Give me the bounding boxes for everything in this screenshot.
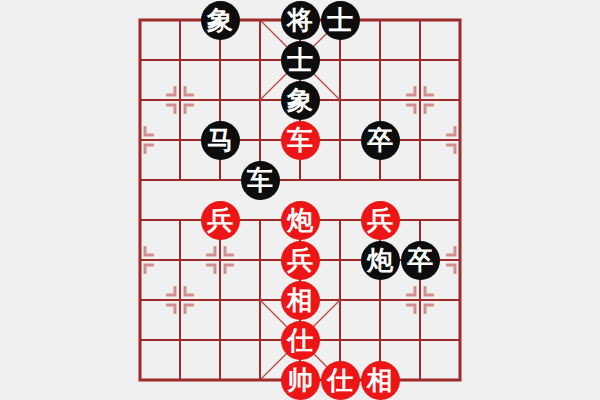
xiangqi-board: 象将士士象马车卒车兵炮兵兵炮卒相仕帅仕相 [0,0,600,400]
piece-red-general[interactable]: 帅 [281,361,320,400]
piece-black-elephant[interactable]: 象 [201,1,240,40]
piece-black-advisor[interactable]: 士 [281,41,320,80]
piece-black-cannon[interactable]: 炮 [361,241,400,280]
piece-red-elephant[interactable]: 相 [281,281,320,320]
piece-red-cannon[interactable]: 炮 [281,201,320,240]
piece-red-advisor[interactable]: 仕 [281,321,320,360]
piece-black-chariot[interactable]: 车 [241,161,280,200]
board-grid: 象将士士象马车卒车兵炮兵兵炮卒相仕帅仕相 [120,0,480,400]
piece-black-general[interactable]: 将 [281,1,320,40]
piece-black-elephant[interactable]: 象 [281,81,320,120]
piece-red-pawn[interactable]: 兵 [281,241,320,280]
piece-black-pawn[interactable]: 卒 [401,241,440,280]
piece-red-pawn[interactable]: 兵 [201,201,240,240]
piece-black-horse[interactable]: 马 [201,121,240,160]
piece-red-chariot[interactable]: 车 [281,121,320,160]
piece-black-pawn[interactable]: 卒 [361,121,400,160]
piece-red-elephant[interactable]: 相 [361,361,400,400]
piece-black-advisor[interactable]: 士 [321,1,360,40]
piece-red-advisor[interactable]: 仕 [321,361,360,400]
piece-red-pawn[interactable]: 兵 [361,201,400,240]
